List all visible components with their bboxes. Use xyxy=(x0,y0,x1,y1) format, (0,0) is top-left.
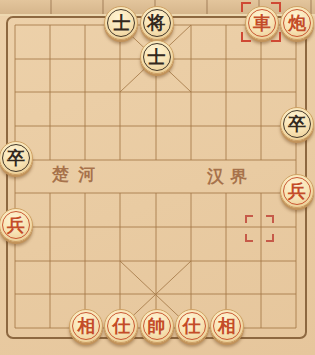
piece-character: 卒 xyxy=(7,148,25,166)
piece-red-advisor[interactable]: 仕 xyxy=(175,309,209,343)
piece-character: 士 xyxy=(112,14,130,32)
piece-character: 士 xyxy=(148,47,166,65)
piece-character: 兵 xyxy=(288,182,306,200)
river-label-han-jie: 汉界 xyxy=(207,165,253,188)
piece-character: 仕 xyxy=(112,317,130,335)
piece-black-advisor[interactable]: 士 xyxy=(140,40,174,74)
piece-character: 炮 xyxy=(288,14,306,32)
piece-black-general[interactable]: 将 xyxy=(140,6,174,40)
xiangqi-board: 楚河 汉界 士将士卒卒車炮兵兵相仕帥仕相 xyxy=(0,0,315,355)
piece-red-elephant[interactable]: 相 xyxy=(210,309,244,343)
piece-character: 相 xyxy=(218,317,236,335)
piece-character: 兵 xyxy=(7,216,25,234)
piece-red-elephant[interactable]: 相 xyxy=(69,309,103,343)
piece-red-soldier[interactable]: 兵 xyxy=(0,208,33,242)
piece-character: 仕 xyxy=(183,317,201,335)
piece-character: 帥 xyxy=(148,317,166,335)
piece-red-cannon[interactable]: 炮 xyxy=(280,6,314,40)
piece-black-soldier[interactable]: 卒 xyxy=(0,141,33,175)
piece-character: 卒 xyxy=(288,115,306,133)
piece-character: 相 xyxy=(77,317,95,335)
piece-character: 将 xyxy=(148,14,166,32)
piece-black-soldier[interactable]: 卒 xyxy=(280,107,314,141)
piece-character: 車 xyxy=(253,14,271,32)
piece-red-chariot[interactable]: 車 xyxy=(245,6,279,40)
piece-red-general[interactable]: 帥 xyxy=(140,309,174,343)
river-label-chu-he: 楚河 xyxy=(52,163,104,186)
